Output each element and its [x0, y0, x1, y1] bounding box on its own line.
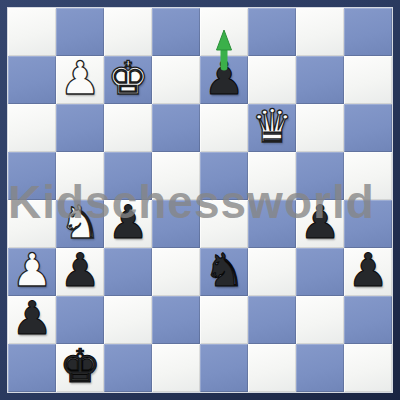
board-square-r1c1[interactable]: ♟ [56, 56, 104, 104]
board-square-r4c7[interactable] [344, 200, 392, 248]
board-square-r5c7[interactable]: ♟ [344, 248, 392, 296]
board-square-r4c0[interactable] [8, 200, 56, 248]
board-square-r5c2[interactable] [104, 248, 152, 296]
board-square-r0c1[interactable] [56, 8, 104, 56]
black-pawn[interactable]: ♟ [59, 246, 100, 294]
board-square-r1c4[interactable]: ♟ [200, 56, 248, 104]
board-square-r2c5[interactable]: ♛ [248, 104, 296, 152]
board-square-r0c0[interactable] [8, 8, 56, 56]
board-square-r7c2[interactable] [104, 344, 152, 392]
board-square-r3c1[interactable] [56, 152, 104, 200]
board-square-r4c4[interactable] [200, 200, 248, 248]
board-square-r1c0[interactable] [8, 56, 56, 104]
board-square-r7c1[interactable]: ♚ [56, 344, 104, 392]
board-square-r3c0[interactable] [8, 152, 56, 200]
board-square-r5c0[interactable]: ♟ [8, 248, 56, 296]
white-king[interactable]: ♚ [107, 54, 148, 102]
board-square-r0c2[interactable] [104, 8, 152, 56]
board-square-r4c3[interactable] [152, 200, 200, 248]
board-square-r6c4[interactable] [200, 296, 248, 344]
white-pawn[interactable]: ♟ [59, 54, 100, 102]
chess-board: ♟♚♟♛♞♟♟♟♟♞♟♟♚ [8, 8, 392, 392]
chess-board-frame: ♟♚♟♛♞♟♟♟♟♞♟♟♚ Kidschessworld [0, 0, 400, 400]
board-square-r1c7[interactable] [344, 56, 392, 104]
white-queen[interactable]: ♛ [251, 102, 292, 150]
black-knight[interactable]: ♞ [203, 246, 244, 294]
board-square-r4c2[interactable]: ♟ [104, 200, 152, 248]
board-square-r6c0[interactable]: ♟ [8, 296, 56, 344]
board-square-r0c5[interactable] [248, 8, 296, 56]
board-square-r2c3[interactable] [152, 104, 200, 152]
board-square-r2c7[interactable] [344, 104, 392, 152]
board-square-r6c6[interactable] [296, 296, 344, 344]
board-square-r3c4[interactable] [200, 152, 248, 200]
board-square-r2c0[interactable] [8, 104, 56, 152]
board-square-r5c1[interactable]: ♟ [56, 248, 104, 296]
board-square-r7c4[interactable] [200, 344, 248, 392]
board-square-r3c5[interactable] [248, 152, 296, 200]
board-square-r7c3[interactable] [152, 344, 200, 392]
board-square-r1c2[interactable]: ♚ [104, 56, 152, 104]
board-square-r1c3[interactable] [152, 56, 200, 104]
board-square-r3c6[interactable] [296, 152, 344, 200]
board-square-r0c3[interactable] [152, 8, 200, 56]
black-pawn[interactable]: ♟ [11, 294, 52, 342]
board-square-r0c7[interactable] [344, 8, 392, 56]
board-square-r2c6[interactable] [296, 104, 344, 152]
board-square-r6c3[interactable] [152, 296, 200, 344]
black-pawn[interactable]: ♟ [299, 198, 340, 246]
board-square-r2c1[interactable] [56, 104, 104, 152]
board-square-r2c2[interactable] [104, 104, 152, 152]
board-square-r3c7[interactable] [344, 152, 392, 200]
white-knight[interactable]: ♞ [59, 198, 100, 246]
board-square-r5c3[interactable] [152, 248, 200, 296]
board-square-r5c4[interactable]: ♞ [200, 248, 248, 296]
board-square-r0c6[interactable] [296, 8, 344, 56]
board-square-r3c3[interactable] [152, 152, 200, 200]
board-square-r7c7[interactable] [344, 344, 392, 392]
black-pawn[interactable]: ♟ [107, 198, 148, 246]
board-square-r4c6[interactable]: ♟ [296, 200, 344, 248]
board-square-r1c5[interactable] [248, 56, 296, 104]
board-square-r7c0[interactable] [8, 344, 56, 392]
board-square-r7c5[interactable] [248, 344, 296, 392]
black-pawn[interactable]: ♟ [203, 54, 244, 102]
board-square-r6c1[interactable] [56, 296, 104, 344]
board-square-r0c4[interactable] [200, 8, 248, 56]
board-square-r4c5[interactable] [248, 200, 296, 248]
board-square-r6c2[interactable] [104, 296, 152, 344]
board-square-r3c2[interactable] [104, 152, 152, 200]
black-pawn[interactable]: ♟ [347, 246, 388, 294]
board-square-r2c4[interactable] [200, 104, 248, 152]
board-square-r4c1[interactable]: ♞ [56, 200, 104, 248]
white-pawn[interactable]: ♟ [11, 246, 52, 294]
black-king[interactable]: ♚ [59, 342, 100, 390]
board-square-r5c6[interactable] [296, 248, 344, 296]
board-square-r7c6[interactable] [296, 344, 344, 392]
board-square-r5c5[interactable] [248, 248, 296, 296]
board-square-r1c6[interactable] [296, 56, 344, 104]
board-square-r6c7[interactable] [344, 296, 392, 344]
board-square-r6c5[interactable] [248, 296, 296, 344]
